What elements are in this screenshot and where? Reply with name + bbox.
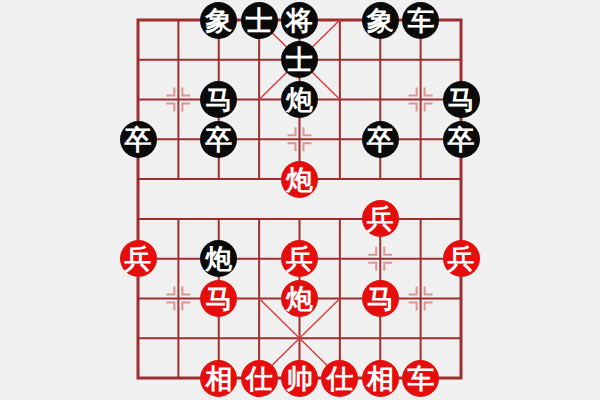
point-marker bbox=[288, 143, 296, 151]
point-marker bbox=[166, 286, 174, 294]
point-marker bbox=[409, 302, 417, 310]
point-marker bbox=[384, 263, 392, 271]
piece-black-elephant[interactable]: 象 bbox=[200, 2, 237, 39]
point-marker bbox=[425, 286, 433, 294]
point-marker bbox=[288, 127, 296, 135]
piece-red-horse[interactable]: 马 bbox=[200, 280, 237, 317]
piece-red-horse[interactable]: 马 bbox=[362, 280, 399, 317]
piece-red-soldier[interactable]: 兵 bbox=[443, 240, 480, 277]
piece-red-soldier[interactable]: 兵 bbox=[120, 240, 157, 277]
point-marker bbox=[368, 263, 376, 271]
piece-black-general[interactable]: 将 bbox=[281, 2, 318, 39]
piece-black-chariot[interactable]: 车 bbox=[402, 2, 439, 39]
point-marker bbox=[182, 104, 190, 112]
piece-black-soldier[interactable]: 卒 bbox=[362, 121, 399, 158]
piece-red-elephant[interactable]: 相 bbox=[362, 360, 399, 397]
point-marker bbox=[409, 88, 417, 96]
point-marker bbox=[409, 286, 417, 294]
point-marker bbox=[409, 104, 417, 112]
point-marker bbox=[182, 88, 190, 96]
piece-black-soldier[interactable]: 卒 bbox=[200, 121, 237, 158]
piece-red-elephant[interactable]: 相 bbox=[200, 360, 237, 397]
piece-black-soldier[interactable]: 卒 bbox=[443, 121, 480, 158]
piece-red-advisor[interactable]: 仕 bbox=[241, 360, 278, 397]
piece-black-cannon[interactable]: 炮 bbox=[200, 240, 237, 277]
piece-red-soldier[interactable]: 兵 bbox=[281, 240, 318, 277]
point-marker bbox=[425, 104, 433, 112]
point-marker bbox=[166, 104, 174, 112]
piece-red-cannon[interactable]: 炮 bbox=[281, 280, 318, 317]
piece-red-chariot[interactable]: 车 bbox=[402, 360, 439, 397]
point-marker bbox=[368, 247, 376, 255]
point-marker bbox=[182, 302, 190, 310]
point-marker bbox=[304, 143, 312, 151]
piece-black-soldier[interactable]: 卒 bbox=[120, 121, 157, 158]
point-marker bbox=[384, 247, 392, 255]
piece-black-horse[interactable]: 马 bbox=[200, 81, 237, 118]
piece-red-general[interactable]: 帅 bbox=[281, 360, 318, 397]
point-marker bbox=[425, 88, 433, 96]
piece-black-horse[interactable]: 马 bbox=[443, 81, 480, 118]
piece-red-soldier[interactable]: 兵 bbox=[362, 200, 399, 237]
point-marker bbox=[182, 286, 190, 294]
point-marker bbox=[425, 302, 433, 310]
piece-red-cannon[interactable]: 炮 bbox=[281, 161, 318, 198]
piece-red-advisor[interactable]: 仕 bbox=[321, 360, 358, 397]
point-marker bbox=[166, 302, 174, 310]
piece-black-elephant[interactable]: 象 bbox=[362, 2, 399, 39]
xiangqi-app: 象士将象车士马炮马卒卒卒卒炮兵兵炮兵兵马炮马相仕帅仕相车 bbox=[0, 0, 600, 400]
piece-black-advisor[interactable]: 士 bbox=[281, 41, 318, 78]
piece-black-advisor[interactable]: 士 bbox=[241, 2, 278, 39]
piece-black-cannon[interactable]: 炮 bbox=[281, 81, 318, 118]
point-marker bbox=[166, 88, 174, 96]
point-marker bbox=[304, 127, 312, 135]
